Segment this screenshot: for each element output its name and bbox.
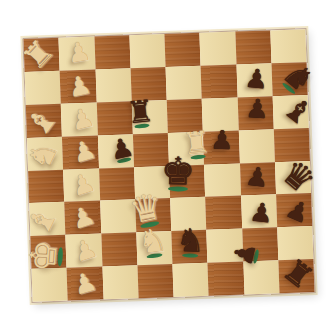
pawn-glyph: ♟ xyxy=(65,166,101,202)
king-glyph: ♚ xyxy=(156,151,199,193)
white-pawn-b2: ♟ xyxy=(67,232,103,268)
black-bishop-h6: ♝ xyxy=(275,88,322,135)
pawn-glyph: ♟ xyxy=(228,236,262,270)
rook-glyph: ♜ xyxy=(123,95,159,131)
pieces-layer: ♜♟♟♝♟♞♟♟♝♟♚♟♟♜♛♞♞♟♝♟♜♟♟♚♛♟♟♟♞♟♜ xyxy=(22,28,313,301)
black-king-e4: ♚ xyxy=(156,151,199,193)
white-pawn-b7: ♟ xyxy=(62,70,96,103)
knight-glyph: ♞ xyxy=(172,223,208,259)
black-knight-e2: ♞ xyxy=(172,223,208,259)
black-pawn-g3: ♟ xyxy=(246,197,278,228)
white-pawn-b5: ♟ xyxy=(66,134,101,169)
knight-glyph: ♞ xyxy=(19,131,65,178)
chess-set-photo: ♜♟♟♝♟♞♟♟♝♟♚♟♟♜♛♞♞♟♝♟♜♟♟♚♛♟♟♟♞♟♜ xyxy=(0,0,332,332)
pawn-glyph: ♟ xyxy=(242,94,272,124)
black-pawn-g2-fallen: ♟ xyxy=(228,236,262,270)
white-pawn-b1: ♟ xyxy=(67,265,102,300)
pawn-glyph: ♟ xyxy=(66,134,101,169)
black-rook-d6: ♜ xyxy=(123,95,159,131)
white-pawn-b4: ♟ xyxy=(65,166,101,202)
pawn-glyph: ♟ xyxy=(105,132,139,165)
black-pawn-g7: ♟ xyxy=(241,64,272,95)
pawn-glyph: ♟ xyxy=(241,161,273,192)
pawn-glyph: ♟ xyxy=(65,199,101,235)
pawn-glyph: ♟ xyxy=(62,36,95,69)
pawn-glyph: ♟ xyxy=(207,126,237,155)
black-pawn-g4: ♟ xyxy=(241,161,273,192)
white-king-a2: ♚ xyxy=(23,235,65,277)
pawn-glyph: ♟ xyxy=(246,197,278,228)
black-pawn-g6: ♟ xyxy=(242,94,272,124)
white-pawn-b8: ♟ xyxy=(62,36,95,69)
king-glyph: ♚ xyxy=(23,235,65,277)
pawn-glyph: ♟ xyxy=(65,102,100,136)
white-pawn-b6: ♟ xyxy=(65,102,100,136)
white-pawn-b3: ♟ xyxy=(65,199,101,235)
white-knight-d2: ♞ xyxy=(133,221,173,260)
pawn-glyph: ♟ xyxy=(62,70,96,103)
pawn-glyph: ♟ xyxy=(67,265,102,300)
bishop-glyph: ♝ xyxy=(275,88,322,135)
white-knight-a5: ♞ xyxy=(19,131,65,178)
pawn-glyph: ♟ xyxy=(241,64,272,95)
black-pawn-f5: ♟ xyxy=(207,126,237,155)
black-pawn-c5: ♟ xyxy=(105,132,139,165)
knight-glyph: ♞ xyxy=(133,221,173,260)
pawn-glyph: ♟ xyxy=(67,232,103,268)
